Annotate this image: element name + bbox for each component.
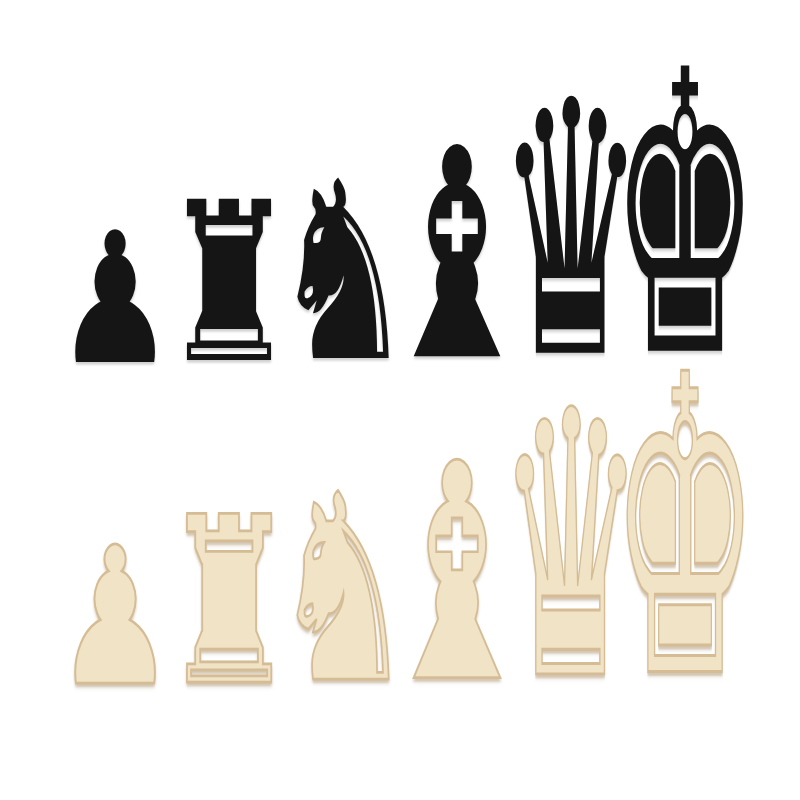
black-pawn: ♟: [58, 72, 172, 372]
white-pawn: ♟: [58, 394, 172, 694]
black-rook: ♜: [172, 72, 286, 372]
black-pawn-icon: ♟: [55, 226, 174, 372]
white-pieces-row: ♟ ♜ ♞ ♝ ♛ ♚: [58, 394, 742, 694]
white-king-icon: ♚: [611, 364, 759, 694]
white-king: ♚: [628, 394, 742, 694]
white-rook: ♜: [172, 394, 286, 694]
chess-set-photo: ♟ ♜ ♞ ♝ ♛ ♚ ♟ ♜ ♞ ♝ ♛: [0, 0, 800, 800]
white-pawn-icon: ♟: [55, 542, 174, 694]
